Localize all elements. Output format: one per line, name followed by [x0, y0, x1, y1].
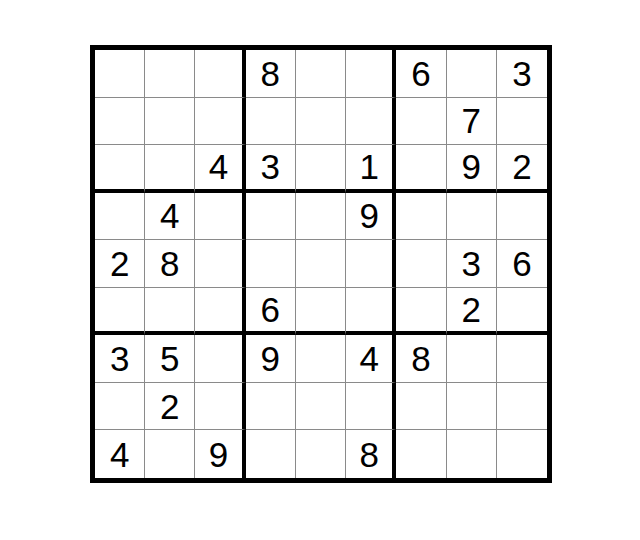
- cell-r2c9[interactable]: [497, 98, 547, 146]
- cell-r8c5[interactable]: [296, 383, 346, 431]
- cell-r4c5[interactable]: [296, 193, 346, 241]
- cell-r4c8[interactable]: [447, 193, 497, 241]
- cell-r3c1[interactable]: [95, 145, 145, 193]
- cell-r9c1[interactable]: 4: [95, 430, 145, 478]
- cell-r6c7[interactable]: [396, 288, 446, 336]
- cell-r9c5[interactable]: [296, 430, 346, 478]
- cell-r8c8[interactable]: [447, 383, 497, 431]
- sudoku-board: 86374319249283662359482498: [90, 45, 552, 483]
- cell-r9c3[interactable]: 9: [195, 430, 245, 478]
- cell-r9c7[interactable]: [396, 430, 446, 478]
- cell-r2c3[interactable]: [195, 98, 245, 146]
- cell-r1c3[interactable]: [195, 50, 245, 98]
- cell-r1c4[interactable]: 8: [246, 50, 296, 98]
- cell-r3c6[interactable]: 1: [346, 145, 396, 193]
- cell-r3c4[interactable]: 3: [246, 145, 296, 193]
- cell-r1c6[interactable]: [346, 50, 396, 98]
- cell-r7c4[interactable]: 9: [246, 335, 296, 383]
- cell-r7c6[interactable]: 4: [346, 335, 396, 383]
- cell-r5c1[interactable]: 2: [95, 240, 145, 288]
- cell-r3c3[interactable]: 4: [195, 145, 245, 193]
- cell-r8c7[interactable]: [396, 383, 446, 431]
- cell-r8c1[interactable]: [95, 383, 145, 431]
- cell-r1c5[interactable]: [296, 50, 346, 98]
- cell-r9c6[interactable]: 8: [346, 430, 396, 478]
- cell-r1c8[interactable]: [447, 50, 497, 98]
- cell-r4c6[interactable]: 9: [346, 193, 396, 241]
- cell-r7c8[interactable]: [447, 335, 497, 383]
- cell-r2c4[interactable]: [246, 98, 296, 146]
- cell-r7c7[interactable]: 8: [396, 335, 446, 383]
- cell-r5c2[interactable]: 8: [145, 240, 195, 288]
- cell-r7c9[interactable]: [497, 335, 547, 383]
- cell-r3c2[interactable]: [145, 145, 195, 193]
- cell-r8c2[interactable]: 2: [145, 383, 195, 431]
- cell-r5c6[interactable]: [346, 240, 396, 288]
- cell-r9c2[interactable]: [145, 430, 195, 478]
- cell-r2c5[interactable]: [296, 98, 346, 146]
- cell-r5c4[interactable]: [246, 240, 296, 288]
- cell-r6c6[interactable]: [346, 288, 396, 336]
- cell-r7c5[interactable]: [296, 335, 346, 383]
- cell-r9c4[interactable]: [246, 430, 296, 478]
- cell-r9c8[interactable]: [447, 430, 497, 478]
- cell-r6c4[interactable]: 6: [246, 288, 296, 336]
- cell-r4c2[interactable]: 4: [145, 193, 195, 241]
- cell-r7c2[interactable]: 5: [145, 335, 195, 383]
- sudoku-page: 86374319249283662359482498: [0, 0, 640, 540]
- cell-r2c8[interactable]: 7: [447, 98, 497, 146]
- cell-r3c9[interactable]: 2: [497, 145, 547, 193]
- cell-r6c9[interactable]: [497, 288, 547, 336]
- cell-r6c2[interactable]: [145, 288, 195, 336]
- cell-r4c3[interactable]: [195, 193, 245, 241]
- cell-r6c1[interactable]: [95, 288, 145, 336]
- cell-r1c1[interactable]: [95, 50, 145, 98]
- cell-r8c4[interactable]: [246, 383, 296, 431]
- cell-r2c1[interactable]: [95, 98, 145, 146]
- cell-r1c2[interactable]: [145, 50, 195, 98]
- cell-r7c3[interactable]: [195, 335, 245, 383]
- cell-r5c7[interactable]: [396, 240, 446, 288]
- cell-r2c6[interactable]: [346, 98, 396, 146]
- cell-r4c7[interactable]: [396, 193, 446, 241]
- cell-r6c8[interactable]: 2: [447, 288, 497, 336]
- cell-r8c9[interactable]: [497, 383, 547, 431]
- cell-r6c3[interactable]: [195, 288, 245, 336]
- cell-r5c8[interactable]: 3: [447, 240, 497, 288]
- cell-r3c5[interactable]: [296, 145, 346, 193]
- cell-r8c6[interactable]: [346, 383, 396, 431]
- cell-r9c9[interactable]: [497, 430, 547, 478]
- cell-r5c3[interactable]: [195, 240, 245, 288]
- cell-r8c3[interactable]: [195, 383, 245, 431]
- cell-r3c7[interactable]: [396, 145, 446, 193]
- cell-r6c5[interactable]: [296, 288, 346, 336]
- cell-r4c9[interactable]: [497, 193, 547, 241]
- cell-r5c9[interactable]: 6: [497, 240, 547, 288]
- cell-r1c9[interactable]: 3: [497, 50, 547, 98]
- cell-r4c4[interactable]: [246, 193, 296, 241]
- cell-r4c1[interactable]: [95, 193, 145, 241]
- cell-r1c7[interactable]: 6: [396, 50, 446, 98]
- cell-r5c5[interactable]: [296, 240, 346, 288]
- cell-r7c1[interactable]: 3: [95, 335, 145, 383]
- cell-r2c7[interactable]: [396, 98, 446, 146]
- cell-r3c8[interactable]: 9: [447, 145, 497, 193]
- cell-r2c2[interactable]: [145, 98, 195, 146]
